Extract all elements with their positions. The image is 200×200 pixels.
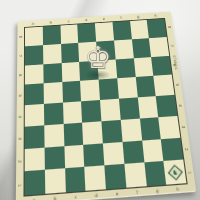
coordinate-label: c <box>74 194 77 199</box>
coordinate-label: h <box>176 187 179 192</box>
coordinate-label: 3 <box>18 137 22 140</box>
square-h1[interactable]: ♞ <box>164 160 187 185</box>
square-b5[interactable] <box>43 82 62 104</box>
square-d1[interactable] <box>85 166 106 191</box>
square-a8[interactable] <box>25 27 43 46</box>
coordinate-label: 8 <box>167 25 171 27</box>
square-f3[interactable] <box>120 118 141 141</box>
square-g7[interactable] <box>131 38 151 58</box>
coordinate-label: e <box>103 17 106 21</box>
coordinate-label: 1 <box>187 170 192 173</box>
coordinate-label: b <box>50 20 52 24</box>
square-b3[interactable] <box>44 124 64 147</box>
coordinate-label: f <box>136 190 138 195</box>
coordinate-label: 8 <box>19 35 23 37</box>
white-king[interactable]: ♚ <box>84 39 112 77</box>
square-f8[interactable] <box>112 21 131 40</box>
square-g6[interactable] <box>133 57 153 78</box>
square-d4[interactable] <box>81 100 101 122</box>
square-f4[interactable] <box>119 97 140 119</box>
square-c5[interactable] <box>62 81 81 103</box>
square-g8[interactable] <box>130 20 149 39</box>
square-b7[interactable] <box>43 44 61 64</box>
square-a7[interactable] <box>25 45 43 65</box>
knight-icon: ♞ <box>172 169 179 176</box>
square-g3[interactable] <box>139 117 161 140</box>
square-c6[interactable] <box>61 61 80 82</box>
coordinate-label: a <box>32 22 34 26</box>
coordinate-label: c <box>67 19 69 23</box>
square-c4[interactable] <box>62 101 82 123</box>
square-b6[interactable] <box>43 63 62 84</box>
square-h3[interactable] <box>158 116 180 139</box>
coordinate-label: a <box>33 198 36 200</box>
coordinate-label: b <box>53 196 56 200</box>
coordinate-label: h <box>154 14 157 18</box>
coordinate-label: 4 <box>18 115 22 118</box>
square-a2[interactable] <box>25 147 45 171</box>
square-a1[interactable] <box>25 170 45 195</box>
coordinate-label: 5 <box>175 83 179 86</box>
rank-labels-left: 87654321 <box>17 27 23 197</box>
square-a4[interactable] <box>25 104 44 127</box>
square-f2[interactable] <box>122 140 144 164</box>
square-d5[interactable] <box>80 80 100 102</box>
coordinate-label: f <box>120 16 122 19</box>
square-f7[interactable] <box>114 39 134 59</box>
coordinate-label: d <box>95 193 98 198</box>
square-c1[interactable] <box>65 167 86 192</box>
square-f1[interactable] <box>124 163 146 188</box>
square-a3[interactable] <box>25 125 45 148</box>
square-e1[interactable] <box>104 164 126 189</box>
square-g2[interactable] <box>142 139 164 163</box>
square-g1[interactable] <box>144 161 166 186</box>
coordinate-label: e <box>116 191 119 196</box>
square-g4[interactable] <box>137 96 158 118</box>
square-f6[interactable] <box>115 58 135 79</box>
square-h4[interactable] <box>156 95 177 117</box>
coordinate-label: 3 <box>181 125 185 128</box>
square-e3[interactable] <box>101 120 122 143</box>
square-f5[interactable] <box>117 77 137 98</box>
square-c2[interactable] <box>64 144 85 168</box>
square-b2[interactable] <box>44 146 64 170</box>
photo-background: abcdefgh abcdefgh 87654321 87654321 ches… <box>0 0 200 200</box>
square-g5[interactable] <box>135 76 156 97</box>
coordinate-label: g <box>156 188 159 193</box>
square-e2[interactable] <box>103 141 124 165</box>
coordinate-label: d <box>85 18 88 22</box>
square-a6[interactable] <box>25 64 44 85</box>
square-d2[interactable] <box>83 143 104 167</box>
coordinate-label: g <box>137 15 140 19</box>
brand-emblem-knight-icon: ♞ <box>167 164 182 180</box>
scene: abcdefgh abcdefgh 87654321 87654321 ches… <box>0 0 200 200</box>
square-b4[interactable] <box>44 103 63 125</box>
coordinate-label: 1 <box>18 183 22 186</box>
square-h8[interactable] <box>147 19 167 38</box>
square-b1[interactable] <box>45 169 66 194</box>
square-e5[interactable] <box>99 79 119 100</box>
square-c8[interactable] <box>60 24 78 43</box>
square-a5[interactable] <box>25 84 44 106</box>
square-b8[interactable] <box>43 26 61 45</box>
coordinate-label: 2 <box>184 147 189 150</box>
square-d3[interactable] <box>82 121 103 144</box>
coordinate-label: 5 <box>18 94 22 97</box>
square-c3[interactable] <box>63 122 83 145</box>
square-h7[interactable] <box>149 37 169 57</box>
square-e4[interactable] <box>100 99 120 121</box>
brand-text: chess <box>172 55 179 70</box>
coordinate-label: 7 <box>19 54 23 57</box>
square-h6[interactable] <box>151 55 172 76</box>
square-h2[interactable] <box>161 137 183 161</box>
coordinate-label: 7 <box>170 44 174 47</box>
coordinate-label: 2 <box>18 159 22 162</box>
square-h5[interactable] <box>154 75 175 96</box>
coordinate-label: 6 <box>18 73 22 76</box>
coordinate-label: 4 <box>178 104 182 107</box>
square-c7[interactable] <box>61 43 80 63</box>
